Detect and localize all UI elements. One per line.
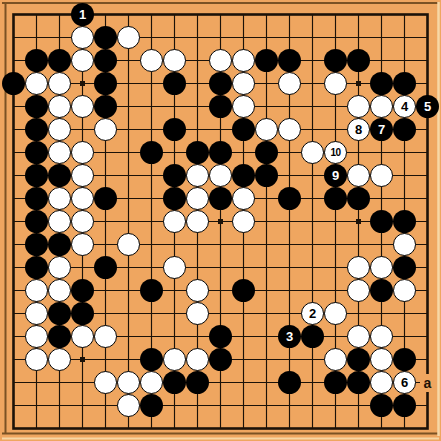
black-stone [209,95,232,118]
white-stone [347,95,370,118]
black-stone [209,141,232,164]
white-stone [140,49,163,72]
white-stone [370,256,393,279]
white-stone [232,95,255,118]
white-stone [209,164,232,187]
black-stone [370,394,393,417]
black-stone [370,210,393,233]
white-stone [393,233,416,256]
white-stone [48,141,71,164]
black-stone [25,49,48,72]
white-stone [71,95,94,118]
black-stone [25,187,48,210]
white-stone [370,371,393,394]
white-stone [209,49,232,72]
white-stone [71,49,94,72]
white-stone [232,49,255,72]
black-stone [94,72,117,95]
black-stone [186,371,209,394]
white-stone [232,187,255,210]
white-stone [347,164,370,187]
white-stone [71,164,94,187]
black-stone [48,325,71,348]
white-stone [186,279,209,302]
black-stone-move-3: 3 [278,325,301,348]
white-stone [347,325,370,348]
white-stone [278,118,301,141]
white-stone [324,302,347,325]
black-stone [209,325,232,348]
black-stone [25,141,48,164]
black-stone [48,302,71,325]
black-stone [324,371,347,394]
black-stone [347,371,370,394]
white-stone [71,187,94,210]
black-stone [255,164,278,187]
black-stone [232,164,255,187]
black-stone [140,141,163,164]
white-stone [163,348,186,371]
black-stone [48,164,71,187]
black-stone [301,325,324,348]
white-stone [94,371,117,394]
go-board-diagram: 14587109236a [0,0,441,441]
white-stone [48,348,71,371]
white-stone [117,394,140,417]
white-stone-move-2: 2 [301,302,324,325]
white-stone [370,325,393,348]
white-stone [48,95,71,118]
white-stone [48,279,71,302]
black-stone-move-7: 7 [370,118,393,141]
white-stone [163,256,186,279]
white-stone [301,141,324,164]
white-stone [393,279,416,302]
black-stone [94,187,117,210]
black-stone [232,118,255,141]
white-stone [186,348,209,371]
black-stone [347,348,370,371]
black-stone [278,187,301,210]
black-stone [347,187,370,210]
white-stone [163,210,186,233]
black-stone [25,233,48,256]
white-stone [163,49,186,72]
white-stone-move-4: 4 [393,95,416,118]
black-stone [255,49,278,72]
white-stone [324,348,347,371]
black-stone [25,164,48,187]
white-stone [48,187,71,210]
black-stone [25,95,48,118]
black-stone [232,279,255,302]
white-stone [25,325,48,348]
white-stone [232,72,255,95]
white-stone [186,187,209,210]
white-stone [255,118,278,141]
black-stone [209,348,232,371]
white-stone [140,371,163,394]
black-stone [140,348,163,371]
black-stone [393,348,416,371]
black-stone [324,187,347,210]
black-stone [393,118,416,141]
white-stone [117,233,140,256]
black-stone [94,256,117,279]
black-stone [347,49,370,72]
black-stone [163,72,186,95]
black-stone [393,72,416,95]
black-stone [209,72,232,95]
white-stone [324,72,347,95]
white-stone [25,348,48,371]
white-stone [25,302,48,325]
black-stone [393,394,416,417]
white-stone [94,325,117,348]
black-stone [278,371,301,394]
black-stone [393,210,416,233]
white-stone [94,118,117,141]
white-stone [71,210,94,233]
white-stone [117,371,140,394]
black-stone [370,279,393,302]
black-stone [94,95,117,118]
black-stone [25,118,48,141]
black-stone [48,49,71,72]
black-stone [71,279,94,302]
black-stone [140,279,163,302]
black-stone-move-5: 5 [416,95,439,118]
white-stone [71,325,94,348]
black-stone [186,141,209,164]
white-stone [186,164,209,187]
white-stone [347,279,370,302]
black-stone [94,49,117,72]
point-label-a: a [420,374,436,392]
black-stone-move-9: 9 [324,164,347,187]
white-stone [25,72,48,95]
black-stone [209,187,232,210]
white-stone [347,256,370,279]
white-stone-move-8: 8 [347,118,370,141]
white-stone [232,210,255,233]
black-stone [163,118,186,141]
white-stone [71,233,94,256]
white-stone [370,164,393,187]
black-stone [163,187,186,210]
black-stone [324,49,347,72]
white-stone-move-10: 10 [324,141,347,164]
black-stone [255,141,278,164]
white-stone [370,348,393,371]
black-stone [2,72,25,95]
black-stone [370,72,393,95]
white-stone [278,72,301,95]
black-stone-move-1: 1 [71,3,94,26]
white-stone [48,256,71,279]
white-stone [25,279,48,302]
black-stone [278,49,301,72]
black-stone [48,233,71,256]
black-stone [393,256,416,279]
black-stone [163,371,186,394]
black-stone [140,394,163,417]
white-stone [186,210,209,233]
white-stone [117,26,140,49]
white-stone [48,210,71,233]
black-stone [25,210,48,233]
black-stone [25,256,48,279]
white-stone [48,72,71,95]
black-stone [163,164,186,187]
white-stone [71,26,94,49]
white-stone-move-6: 6 [393,371,416,394]
white-stone [186,302,209,325]
white-stone [71,141,94,164]
white-stone [370,95,393,118]
white-stone [48,118,71,141]
black-stone [94,26,117,49]
black-stone [71,302,94,325]
